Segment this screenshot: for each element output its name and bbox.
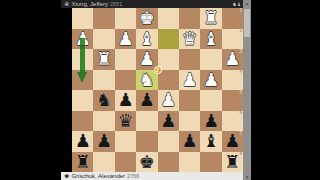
square-g2[interactable] [93,29,114,50]
square-f6[interactable]: ♛ [115,111,136,132]
square-f2[interactable]: ♟ [115,29,136,50]
square-h4[interactable] [72,70,93,91]
square-c2[interactable]: ♛ [179,29,200,50]
white-pawn-b4[interactable]: ♟ [203,71,219,89]
white-king-e1[interactable]: ♚ [139,9,155,27]
square-e7[interactable] [136,131,157,152]
black-pawn-f5[interactable]: ♟ [117,91,133,109]
square-a5[interactable]: 5 [222,90,243,111]
rank-coordinate-8: 8 [240,152,243,157]
square-d7[interactable] [158,131,179,152]
square-g6[interactable] [93,111,114,132]
square-a7[interactable]: ♟7 [222,131,243,152]
black-queen-f6[interactable]: ♛ [117,112,133,130]
square-d5[interactable]: ♟ [158,90,179,111]
white-player-name: Xiong, Jeffery [71,0,108,8]
square-b6[interactable]: ♟ [200,111,221,132]
square-c4[interactable]: ♟ [179,70,200,91]
square-g5[interactable]: ♞ [93,90,114,111]
rank-coordinate-4: 4 [240,70,243,75]
square-b8[interactable] [200,152,221,173]
square-h5[interactable] [72,90,93,111]
square-a8[interactable]: ♜8 [222,152,243,173]
black-king-e8[interactable]: ♚ [139,153,155,171]
square-a4[interactable]: 4 [222,70,243,91]
white-player-rating: 2651 [110,0,122,8]
black-knight-g5[interactable]: ♞ [96,91,112,109]
square-b1[interactable]: ♜ [200,8,221,29]
square-b2[interactable]: ♝ [200,29,221,50]
square-f7[interactable] [115,131,136,152]
rank-coordinate-1: 1 [240,9,243,14]
white-pawn-c4[interactable]: ♟ [182,71,198,89]
white-pawn-d5[interactable]: ♟ [160,91,176,109]
white-pawn-a3[interactable]: ♟ [224,50,240,68]
square-c6[interactable] [179,111,200,132]
square-c8[interactable] [179,152,200,173]
white-bishop-e2[interactable]: ♝ [139,30,155,48]
square-g3[interactable]: ♜ [93,49,114,70]
square-h3[interactable] [72,49,93,70]
white-queen-c2[interactable]: ♛ [182,30,198,48]
square-e1[interactable]: ♚ [136,8,157,29]
black-king-icon: ♚ [64,172,69,180]
square-a6[interactable]: 6 [222,111,243,132]
white-bishop-b2[interactable]: ♝ [203,30,219,48]
square-d2[interactable] [158,29,179,50]
square-h8[interactable]: ♜ [72,152,93,173]
scrollbar[interactable]: ▴ ▾ [243,0,251,180]
black-player-rating: 2766 [127,172,139,180]
white-pawn-e3[interactable]: ♟ [139,50,155,68]
white-king-icon: ♔ [64,0,69,8]
square-g1[interactable] [93,8,114,29]
scrollbar-thumb[interactable] [244,9,250,37]
black-pawn-c7[interactable]: ♟ [182,132,198,150]
square-e2[interactable]: ♝ [136,29,157,50]
black-player-name: Grischuk, Alexander [71,172,125,180]
square-f5[interactable]: ♟ [115,90,136,111]
square-e8[interactable]: ♚ [136,152,157,173]
black-rook-h8[interactable]: ♜ [75,153,91,171]
square-d6[interactable]: ♟ [158,111,179,132]
white-player-bar: ♔ Xiong, Jeffery 2651 ♞♝ +2 [61,0,251,8]
white-rook-g3[interactable]: ♜ [96,50,112,68]
square-g8[interactable] [93,152,114,173]
scroll-up-icon[interactable]: ▴ [246,0,249,6]
square-h2[interactable]: ♟ [72,29,93,50]
captured-pieces-icons: ♞♝ [232,1,241,7]
square-e5[interactable]: ♟ [136,90,157,111]
square-h1[interactable] [72,8,93,29]
chess-board[interactable]: ♚♜1♟♟♝♛♝2♜♟♟3♞♟♟4♞♟♟♟5♛♟♟6♟♟♟♝♟7♜♚♜8 [72,8,243,172]
scroll-down-icon[interactable]: ▾ [246,174,249,180]
square-c3[interactable] [179,49,200,70]
square-b7[interactable]: ♝ [200,131,221,152]
square-d1[interactable] [158,8,179,29]
rank-coordinate-5: 5 [240,91,243,96]
square-f4[interactable] [115,70,136,91]
white-knight-e4[interactable]: ♞ [139,71,155,89]
square-a3[interactable]: ♟3 [222,49,243,70]
rank-coordinate-3: 3 [240,50,243,55]
white-rook-b1[interactable]: ♜ [203,9,219,27]
black-player-bar: ♚ Grischuk, Alexander 2766 [61,172,251,180]
square-e6[interactable] [136,111,157,132]
square-b4[interactable]: ♟ [200,70,221,91]
square-b3[interactable] [200,49,221,70]
black-pawn-g7[interactable]: ♟ [96,132,112,150]
rank-coordinate-7: 7 [240,132,243,137]
video-frame: ♔ Xiong, Jeffery 2651 ♞♝ +2 ♚♜1♟♟♝♛♝2♜♟♟… [0,0,320,180]
square-g7[interactable]: ♟ [93,131,114,152]
white-pawn-f2[interactable]: ♟ [117,30,133,48]
square-h6[interactable] [72,111,93,132]
black-pawn-h7[interactable]: ♟ [75,132,91,150]
square-f8[interactable] [115,152,136,173]
black-rook-a8[interactable]: ♜ [224,153,240,171]
rank-coordinate-2: 2 [240,29,243,34]
square-c7[interactable]: ♟ [179,131,200,152]
square-f1[interactable] [115,8,136,29]
square-f3[interactable] [115,49,136,70]
black-bishop-b7[interactable]: ♝ [203,132,219,150]
square-c5[interactable] [179,90,200,111]
white-pawn-h2[interactable]: ♟ [75,30,91,48]
black-pawn-b6[interactable]: ♟ [203,112,219,130]
square-a2[interactable]: 2 [222,29,243,50]
rank-coordinate-6: 6 [240,111,243,116]
black-pawn-d6[interactable]: ♟ [160,112,176,130]
square-c1[interactable] [179,8,200,29]
black-pawn-a7[interactable]: ♟ [224,132,240,150]
square-b5[interactable] [200,90,221,111]
move-number-badge: 2 [154,66,162,74]
square-h7[interactable]: ♟ [72,131,93,152]
square-a1[interactable]: 1 [222,8,243,29]
square-g4[interactable] [93,70,114,91]
black-pawn-e5[interactable]: ♟ [139,91,155,109]
square-d8[interactable] [158,152,179,173]
